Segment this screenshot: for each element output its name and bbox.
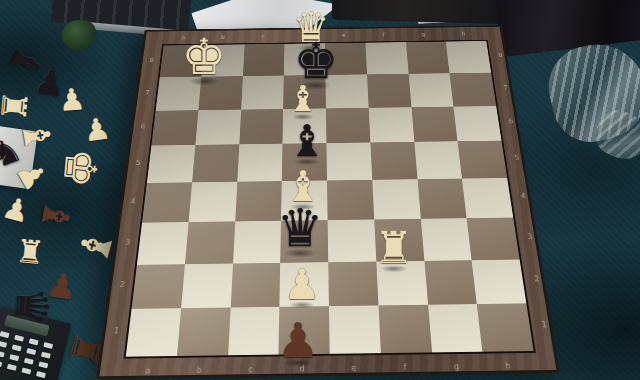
square-c1[interactable] — [365, 42, 408, 74]
square-f2[interactable] — [241, 75, 284, 109]
device-buttons — [0, 331, 57, 380]
coordinate-label: 8 — [149, 57, 154, 63]
coordinate-label: 8 — [498, 52, 503, 58]
square-g6[interactable] — [185, 221, 235, 264]
coordinate-label: a — [145, 366, 151, 375]
square-e1[interactable] — [284, 43, 325, 75]
square-e6[interactable] — [280, 220, 328, 263]
coordinate-label: 2 — [534, 275, 540, 283]
square-a8[interactable] — [477, 304, 534, 352]
spare-piece-white-king: ♚ — [56, 146, 103, 189]
coordinate-label: 6 — [140, 124, 145, 130]
device-button — [38, 361, 48, 368]
square-c4[interactable] — [370, 142, 417, 180]
coordinate-label: e — [351, 363, 356, 372]
square-a2[interactable] — [450, 72, 496, 106]
device-button — [14, 335, 24, 342]
square-d5[interactable] — [327, 180, 374, 220]
device-button — [36, 371, 46, 378]
board-grid — [124, 40, 536, 359]
square-f4[interactable] — [237, 144, 283, 182]
square-g5[interactable] — [188, 182, 236, 222]
square-e3[interactable] — [283, 108, 327, 144]
chessboard: aa88bb77cc66dd55ee44ff33gg22hh11 — [96, 25, 560, 379]
coordinate-label: f — [382, 32, 385, 37]
square-b3[interactable] — [411, 106, 458, 142]
square-a3[interactable] — [454, 106, 502, 142]
coordinate-label: 2 — [119, 281, 125, 289]
square-d3[interactable] — [326, 107, 370, 143]
coordinate-label: f — [403, 363, 406, 372]
coordinate-label: 5 — [136, 160, 141, 167]
square-g8[interactable] — [177, 308, 231, 356]
device-button — [7, 364, 17, 371]
square-b6[interactable] — [420, 218, 471, 260]
square-c7[interactable] — [376, 260, 428, 305]
square-e4[interactable] — [282, 143, 327, 181]
coordinate-label: a — [181, 35, 185, 40]
square-h2[interactable] — [156, 77, 201, 111]
coordinate-label: 3 — [125, 238, 131, 245]
coordinate-label: b — [221, 34, 225, 39]
square-g2[interactable] — [198, 76, 242, 110]
square-e7[interactable] — [280, 262, 329, 307]
device-button — [0, 360, 2, 367]
square-e2[interactable] — [283, 75, 326, 109]
square-g4[interactable] — [192, 144, 239, 182]
square-f5[interactable] — [235, 181, 282, 221]
spare-piece-white-rook: ♜ — [0, 89, 32, 122]
coordinate-label: c — [248, 365, 253, 374]
square-c2[interactable] — [367, 74, 411, 108]
square-b1[interactable] — [406, 42, 450, 74]
coordinate-label: h — [505, 361, 511, 370]
spare-piece-white-rook: ♜ — [14, 235, 45, 269]
device-button — [9, 354, 19, 361]
square-a1[interactable] — [446, 41, 491, 73]
coordinate-label: 4 — [130, 198, 135, 205]
square-h8[interactable] — [126, 308, 181, 356]
table-clutter — [332, 0, 518, 24]
square-a4[interactable] — [458, 141, 507, 179]
square-f6[interactable] — [233, 221, 282, 264]
spare-piece-brown-bishop: ♝ — [34, 197, 75, 235]
device-button — [29, 338, 39, 345]
square-g1[interactable] — [201, 44, 244, 76]
spare-piece-white-pawn: ♟ — [0, 192, 33, 228]
square-f7[interactable] — [230, 262, 280, 307]
square-d1[interactable] — [325, 43, 367, 75]
coordinate-label: 1 — [541, 321, 547, 329]
coordinate-label: e — [341, 33, 345, 38]
coordinate-label: 3 — [527, 232, 533, 239]
square-d6[interactable] — [328, 219, 376, 262]
square-h4[interactable] — [147, 145, 195, 183]
square-b8[interactable] — [428, 304, 483, 352]
coordinate-label: 1 — [113, 327, 119, 335]
square-h6[interactable] — [137, 222, 188, 265]
device-button — [21, 367, 31, 374]
square-c3[interactable] — [368, 107, 414, 143]
square-b4[interactable] — [414, 141, 462, 179]
coordinate-label: d — [300, 364, 305, 373]
square-h5[interactable] — [142, 182, 192, 222]
board-frame: aa88bb77cc66dd55ee44ff33gg22hh11 — [96, 25, 560, 379]
square-b7[interactable] — [424, 260, 477, 305]
square-d7[interactable] — [328, 261, 378, 306]
device-button — [12, 344, 22, 351]
square-e8[interactable] — [279, 306, 330, 354]
square-h1[interactable] — [160, 45, 204, 77]
square-c8[interactable] — [378, 305, 431, 353]
coordinate-label: c — [261, 34, 265, 39]
square-b2[interactable] — [408, 73, 453, 107]
green-felt-base — [62, 20, 96, 50]
square-f1[interactable] — [243, 44, 285, 76]
photo-stage: ♝♟♟♜♟♝♞♚♟♟♝♝♜♟♛♜ aa88bb77cc66dd55ee44ff3… — [0, 0, 640, 380]
device-button — [26, 348, 36, 355]
square-d8[interactable] — [329, 306, 381, 354]
square-d2[interactable] — [325, 74, 368, 108]
spare-piece-black-queen: ♛ — [9, 286, 54, 327]
coordinate-label: d — [301, 33, 305, 38]
device-button — [41, 352, 51, 359]
coordinate-label: h — [461, 31, 466, 36]
square-f8[interactable] — [228, 307, 280, 355]
spare-piece-white-bishop: ♝ — [15, 117, 56, 155]
square-d4[interactable] — [326, 143, 372, 181]
square-g7[interactable] — [181, 263, 233, 308]
coordinate-label: 7 — [145, 90, 150, 96]
square-f3[interactable] — [239, 109, 283, 145]
square-c5[interactable] — [372, 179, 420, 219]
square-b5[interactable] — [417, 179, 467, 219]
square-e5[interactable] — [281, 180, 327, 220]
device-button — [0, 341, 7, 348]
device-button — [24, 358, 34, 365]
square-h3[interactable] — [151, 110, 198, 146]
square-h7[interactable] — [132, 264, 185, 309]
coordinate-label: 6 — [508, 118, 513, 124]
square-a7[interactable] — [472, 259, 527, 304]
device-button — [0, 351, 5, 358]
square-g3[interactable] — [195, 109, 241, 145]
spare-piece-white-pawn: ♟ — [82, 113, 113, 146]
coordinate-label: 4 — [520, 192, 526, 199]
spare-piece-white-pawn: ♟ — [58, 84, 87, 116]
coordinate-label: g — [421, 32, 425, 37]
device-button — [43, 342, 53, 349]
square-a6[interactable] — [467, 217, 520, 259]
square-c6[interactable] — [374, 219, 424, 262]
coordinate-label: 5 — [514, 154, 519, 161]
square-a5[interactable] — [462, 178, 513, 218]
device-button — [0, 331, 10, 338]
coordinate-label: b — [196, 366, 202, 375]
coordinate-label: g — [454, 362, 460, 371]
coordinate-label: 7 — [503, 85, 508, 91]
